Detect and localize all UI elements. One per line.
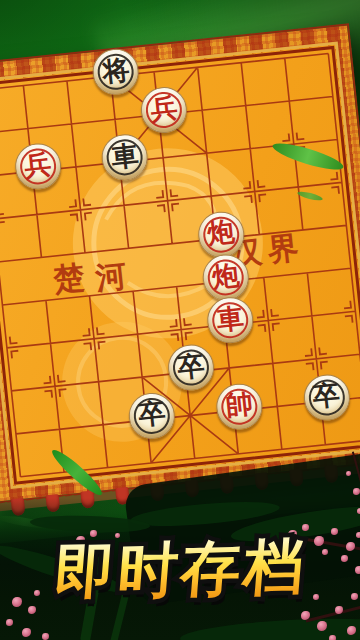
piece-label: 卒 [176,352,206,382]
piece-label: 兵 [23,151,53,181]
piece-label: 将 [101,56,131,86]
screen: 楚河汉界 将兵兵車炮炮車卒卒帥卒 即时存档 即时存档 [0,0,360,640]
piece-label: 炮 [211,262,241,292]
piece-label: 帥 [224,391,254,421]
piece-label: 卒 [311,381,341,411]
river-label-left: 楚 [51,259,86,297]
banner-text: 即时存档 [0,535,360,605]
piece-label: 車 [110,142,140,172]
banner-caption: 即时存档 即时存档 [0,535,360,629]
plum-blossom [329,635,336,640]
river-label-right: 界 [266,230,300,268]
board-frame: 楚河汉界 将兵兵車炮炮車卒卒帥卒 [0,23,360,504]
piece-label: 兵 [149,94,179,124]
piece-label: 卒 [137,400,167,430]
piece-label: 車 [215,305,245,335]
xiangqi-board[interactable]: 楚河汉界 将兵兵車炮炮車卒卒帥卒 [0,45,360,486]
river-label-left: 河 [93,258,128,296]
piece-label: 炮 [206,219,236,249]
